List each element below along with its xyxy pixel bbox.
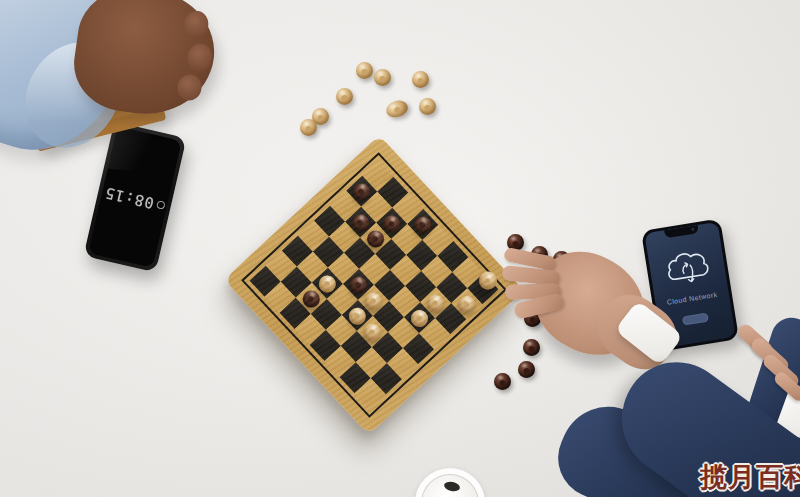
- tabletop-scene: ●●●●●●●●●●●●●●● 08:15 Cloud Network: [0, 0, 800, 497]
- watermark: 揽月百科: [700, 459, 800, 495]
- captured-light-pawn[interactable]: ●: [384, 98, 410, 120]
- left-phone: 08:15: [83, 121, 186, 272]
- captured-dark-pawn[interactable]: ●: [523, 339, 540, 356]
- captured-light-pawn[interactable]: ●: [300, 119, 317, 136]
- knuckle: [186, 42, 214, 73]
- captured-light-pawn[interactable]: ●: [419, 98, 436, 115]
- coffee-cup-lid: [415, 468, 485, 497]
- left-phone-screen: 08:15: [88, 126, 182, 268]
- camera-dot: [691, 228, 694, 231]
- captured-light-pawn[interactable]: ●: [356, 62, 373, 79]
- captured-light-pawn[interactable]: ●: [374, 69, 391, 86]
- board-inner-frame: ●●●●●●●●●●●●●●●: [241, 152, 507, 418]
- checkers-board: ●●●●●●●●●●●●●●●: [224, 135, 524, 435]
- clock-time: 08:15: [103, 183, 156, 212]
- knuckle: [176, 73, 203, 102]
- knuckle: [182, 9, 210, 40]
- alarm-icon: [156, 200, 166, 210]
- captured-dark-pawn[interactable]: ●: [494, 373, 511, 390]
- captured-dark-pawn[interactable]: ●: [518, 361, 535, 378]
- captured-light-pawn[interactable]: ●: [336, 88, 353, 105]
- clock-row: 08:15: [100, 183, 168, 215]
- cup-sip-hole: [443, 480, 461, 492]
- board-grid: ●●●●●●●●●●●●●●●: [250, 161, 499, 410]
- captured-light-pawn[interactable]: ●: [412, 71, 429, 88]
- sync-button[interactable]: [682, 313, 709, 326]
